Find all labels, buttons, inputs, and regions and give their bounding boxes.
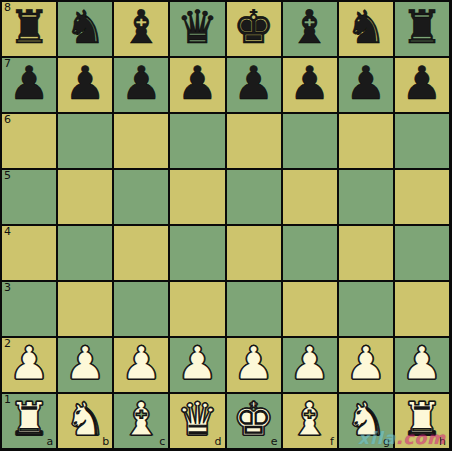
square-f5[interactable] [283,170,337,224]
square-e2[interactable]: ♟ [227,338,281,392]
piece-white-bishop[interactable]: ♝ [121,396,162,442]
piece-black-rook[interactable]: ♜ [8,4,49,50]
square-h3[interactable] [395,282,449,336]
square-c7[interactable]: ♟ [114,58,168,112]
square-g8[interactable]: ♞ [339,2,393,56]
chess-screenshot: 8♜♞♝♛♚♝♞♜7♟♟♟♟♟♟♟♟65432♟♟♟♟♟♟♟♟1a♜b♞c♝d♛… [0,0,452,451]
square-c6[interactable] [114,114,168,168]
square-a3[interactable]: 3 [2,282,56,336]
square-a4[interactable]: 4 [2,226,56,280]
piece-white-pawn[interactable]: ♟ [233,340,274,386]
square-a1[interactable]: 1a♜ [2,394,56,448]
square-a2[interactable]: 2♟ [2,338,56,392]
square-g7[interactable]: ♟ [339,58,393,112]
piece-black-pawn[interactable]: ♟ [8,60,49,106]
square-b5[interactable] [58,170,112,224]
piece-black-bishop[interactable]: ♝ [121,4,162,50]
square-f1[interactable]: f♝ [283,394,337,448]
square-h1[interactable]: h♜ [395,394,449,448]
piece-white-pawn[interactable]: ♟ [8,340,49,386]
piece-white-king[interactable]: ♚ [233,396,274,442]
square-g1[interactable]: g♞ [339,394,393,448]
piece-black-pawn[interactable]: ♟ [121,60,162,106]
square-a5[interactable]: 5 [2,170,56,224]
square-f2[interactable]: ♟ [283,338,337,392]
square-d2[interactable]: ♟ [170,338,224,392]
piece-black-pawn[interactable]: ♟ [345,60,386,106]
piece-black-pawn[interactable]: ♟ [289,60,330,106]
square-e3[interactable] [227,282,281,336]
square-a8[interactable]: 8♜ [2,2,56,56]
square-b3[interactable] [58,282,112,336]
square-e5[interactable] [227,170,281,224]
piece-white-pawn[interactable]: ♟ [345,340,386,386]
square-e7[interactable]: ♟ [227,58,281,112]
rank-label-4: 4 [4,226,11,238]
square-c2[interactable]: ♟ [114,338,168,392]
square-c5[interactable] [114,170,168,224]
square-f3[interactable] [283,282,337,336]
square-b7[interactable]: ♟ [58,58,112,112]
square-d4[interactable] [170,226,224,280]
square-f8[interactable]: ♝ [283,2,337,56]
piece-black-pawn[interactable]: ♟ [177,60,218,106]
piece-white-pawn[interactable]: ♟ [177,340,218,386]
piece-white-pawn[interactable]: ♟ [65,340,106,386]
square-a6[interactable]: 6 [2,114,56,168]
square-d6[interactable] [170,114,224,168]
piece-black-pawn[interactable]: ♟ [65,60,106,106]
piece-black-knight[interactable]: ♞ [345,4,386,50]
piece-black-knight[interactable]: ♞ [65,4,106,50]
piece-white-knight[interactable]: ♞ [65,396,106,442]
piece-white-rook[interactable]: ♜ [401,396,442,442]
square-h8[interactable]: ♜ [395,2,449,56]
square-e6[interactable] [227,114,281,168]
square-f7[interactable]: ♟ [283,58,337,112]
file-label-f: f [330,436,334,448]
piece-black-queen[interactable]: ♛ [177,4,218,50]
piece-white-pawn[interactable]: ♟ [289,340,330,386]
square-c4[interactable] [114,226,168,280]
rank-label-5: 5 [4,170,11,182]
square-b8[interactable]: ♞ [58,2,112,56]
piece-white-pawn[interactable]: ♟ [401,340,442,386]
piece-white-bishop[interactable]: ♝ [289,396,330,442]
square-b2[interactable]: ♟ [58,338,112,392]
square-a7[interactable]: 7♟ [2,58,56,112]
square-h2[interactable]: ♟ [395,338,449,392]
square-g2[interactable]: ♟ [339,338,393,392]
square-d1[interactable]: d♛ [170,394,224,448]
piece-black-rook[interactable]: ♜ [401,4,442,50]
square-h7[interactable]: ♟ [395,58,449,112]
square-b4[interactable] [58,226,112,280]
square-f4[interactable] [283,226,337,280]
square-g3[interactable] [339,282,393,336]
piece-black-king[interactable]: ♚ [233,4,274,50]
square-f6[interactable] [283,114,337,168]
piece-black-bishop[interactable]: ♝ [289,4,330,50]
piece-white-queen[interactable]: ♛ [177,396,218,442]
square-g6[interactable] [339,114,393,168]
square-h6[interactable] [395,114,449,168]
piece-black-pawn[interactable]: ♟ [401,60,442,106]
square-d3[interactable] [170,282,224,336]
square-h4[interactable] [395,226,449,280]
square-e8[interactable]: ♚ [227,2,281,56]
square-c8[interactable]: ♝ [114,2,168,56]
piece-black-pawn[interactable]: ♟ [233,60,274,106]
square-c1[interactable]: c♝ [114,394,168,448]
square-g5[interactable] [339,170,393,224]
square-c3[interactable] [114,282,168,336]
square-b1[interactable]: b♞ [58,394,112,448]
chess-board: 8♜♞♝♛♚♝♞♜7♟♟♟♟♟♟♟♟65432♟♟♟♟♟♟♟♟1a♜b♞c♝d♛… [0,0,452,451]
piece-white-rook[interactable]: ♜ [8,396,49,442]
square-e1[interactable]: e♚ [227,394,281,448]
piece-white-pawn[interactable]: ♟ [121,340,162,386]
square-e4[interactable] [227,226,281,280]
square-b6[interactable] [58,114,112,168]
rank-label-6: 6 [4,114,11,126]
square-d8[interactable]: ♛ [170,2,224,56]
square-d7[interactable]: ♟ [170,58,224,112]
square-h5[interactable] [395,170,449,224]
square-d5[interactable] [170,170,224,224]
rank-label-3: 3 [4,282,11,294]
piece-white-knight[interactable]: ♞ [345,396,386,442]
square-g4[interactable] [339,226,393,280]
